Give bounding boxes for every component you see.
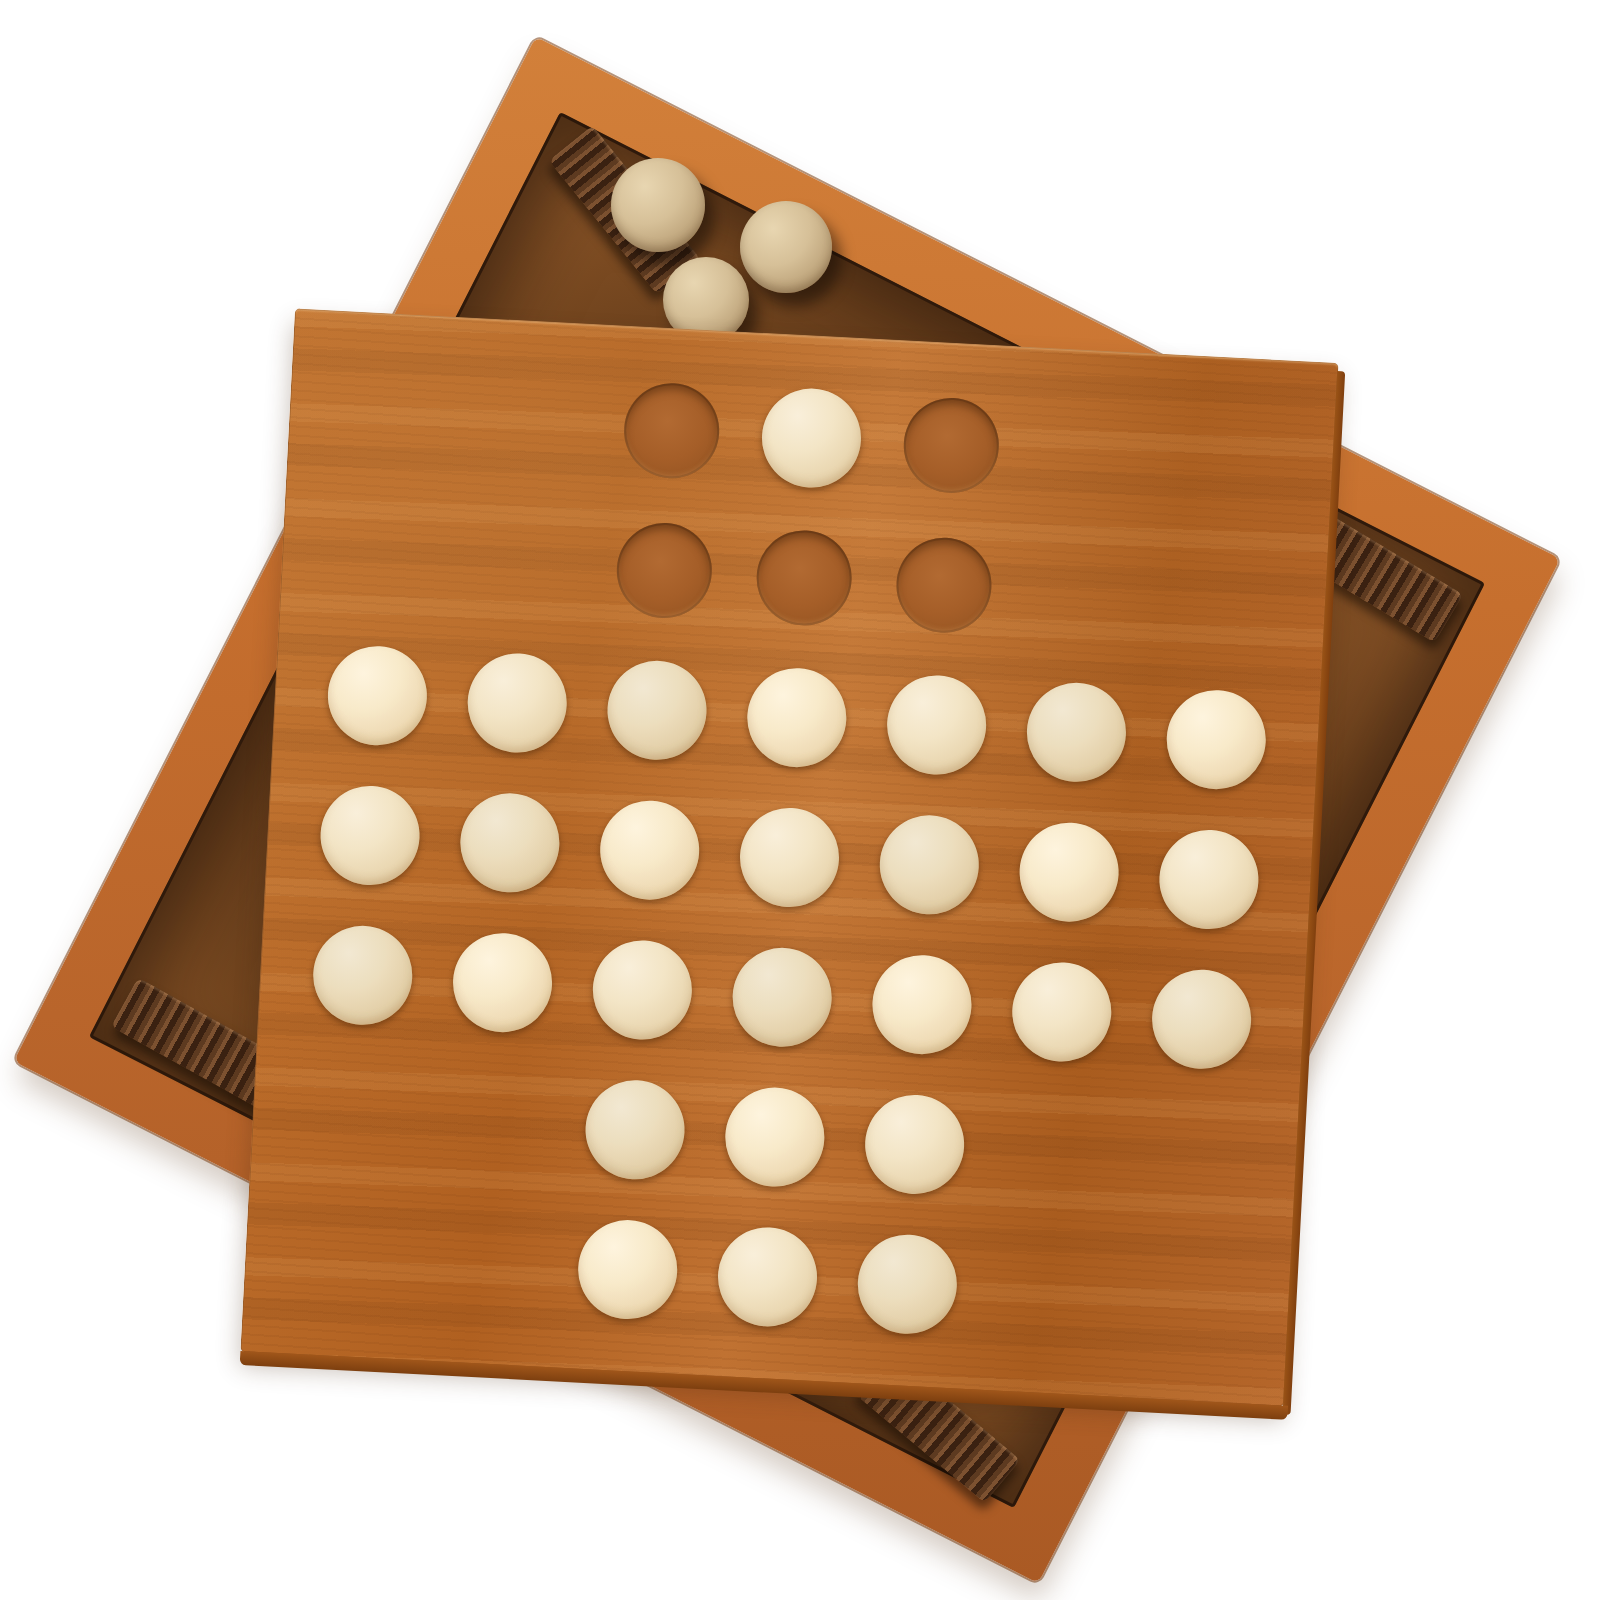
marble-r4c7[interactable] xyxy=(1157,827,1261,931)
cell-r3c7 xyxy=(1143,666,1290,813)
cell-r4c2 xyxy=(436,769,583,916)
cell-r2c7 xyxy=(1150,526,1297,673)
cell-r7c3 xyxy=(554,1196,701,1343)
marble-r5c6[interactable] xyxy=(1010,960,1114,1064)
hole-r2c4[interactable] xyxy=(754,528,854,628)
cell-r7c4 xyxy=(694,1204,841,1351)
marble-r7c5[interactable] xyxy=(855,1233,959,1337)
cell-r6c7 xyxy=(1121,1086,1268,1233)
cell-r2c1 xyxy=(311,482,458,629)
cell-r4c1 xyxy=(296,762,443,909)
cell-r3c6 xyxy=(1003,659,1150,806)
cell-r1c5 xyxy=(878,371,1025,518)
hole-r1c3[interactable] xyxy=(622,380,722,480)
hole-r4c7[interactable] xyxy=(1159,830,1259,930)
cell-r6c6 xyxy=(981,1078,1128,1225)
hole-r6c5[interactable] xyxy=(865,1095,965,1195)
hole-r3c7[interactable] xyxy=(1167,690,1267,790)
cell-r2c4 xyxy=(731,504,878,651)
marble-r3c3[interactable] xyxy=(605,658,709,762)
cell-r6c1 xyxy=(281,1042,428,1189)
cell-r1c2 xyxy=(458,349,605,496)
cell-r5c1 xyxy=(289,902,436,1049)
cell-r1c1 xyxy=(318,342,465,489)
hole-r6c3[interactable] xyxy=(585,1080,685,1180)
marble-r3c4[interactable] xyxy=(745,666,849,770)
hole-r5c3[interactable] xyxy=(592,940,692,1040)
marble-r5c2[interactable] xyxy=(450,931,554,1035)
cell-r5c6 xyxy=(988,938,1135,1085)
marble-r6c3[interactable] xyxy=(583,1078,687,1182)
hole-r2c5[interactable] xyxy=(894,535,994,635)
marble-r1c4[interactable] xyxy=(759,386,863,490)
cell-r5c7 xyxy=(1128,946,1275,1093)
hole-r4c1[interactable] xyxy=(320,786,420,886)
hole-r5c7[interactable] xyxy=(1152,970,1252,1070)
marble-r4c4[interactable] xyxy=(737,805,841,909)
cell-r7c5 xyxy=(834,1211,981,1358)
hole-r5c2[interactable] xyxy=(452,933,552,1033)
marble-r3c6[interactable] xyxy=(1025,680,1129,784)
hole-r4c6[interactable] xyxy=(1019,822,1119,922)
cell-r7c6 xyxy=(974,1218,1121,1365)
cell-r3c2 xyxy=(443,629,590,776)
hole-r4c3[interactable] xyxy=(600,800,700,900)
cell-r3c1 xyxy=(303,622,450,769)
hole-r1c5[interactable] xyxy=(902,395,1002,495)
hole-r6c4[interactable] xyxy=(725,1087,825,1187)
hole-r4c5[interactable] xyxy=(880,815,980,915)
marble-r6c4[interactable] xyxy=(723,1085,827,1189)
hole-r3c3[interactable] xyxy=(607,660,707,760)
cell-r5c5 xyxy=(848,931,995,1078)
hole-r7c3[interactable] xyxy=(578,1220,678,1320)
marble-r4c6[interactable] xyxy=(1017,820,1121,924)
cell-r1c4 xyxy=(738,364,885,511)
hole-r5c4[interactable] xyxy=(732,948,832,1048)
hole-r5c6[interactable] xyxy=(1012,962,1112,1062)
cell-r5c3 xyxy=(569,916,716,1063)
cell-r4c3 xyxy=(576,777,723,924)
marble-r5c3[interactable] xyxy=(590,938,694,1042)
marble-r4c2[interactable] xyxy=(458,791,562,895)
scene xyxy=(0,0,1600,1600)
cell-r5c2 xyxy=(429,909,576,1056)
hole-r3c4[interactable] xyxy=(747,668,847,768)
marble-r4c1[interactable] xyxy=(318,783,422,887)
cell-r6c3 xyxy=(561,1056,708,1203)
marble-r5c1[interactable] xyxy=(310,923,414,1027)
hole-r3c1[interactable] xyxy=(327,646,427,746)
cell-r7c1 xyxy=(274,1182,421,1329)
hole-r4c4[interactable] xyxy=(740,808,840,908)
cell-r7c2 xyxy=(414,1189,561,1336)
cell-r2c2 xyxy=(451,489,598,636)
marble-r7c4[interactable] xyxy=(715,1225,819,1329)
cell-r2c6 xyxy=(1010,519,1157,666)
hole-r3c2[interactable] xyxy=(467,653,567,753)
hole-r4c2[interactable] xyxy=(460,793,560,893)
tray-marble-1[interactable] xyxy=(611,158,705,252)
marble-r3c1[interactable] xyxy=(325,644,429,748)
hole-r5c1[interactable] xyxy=(312,926,412,1026)
hole-r2c3[interactable] xyxy=(614,520,714,620)
cell-r2c3 xyxy=(591,497,738,644)
marble-r7c3[interactable] xyxy=(576,1218,680,1322)
marble-r3c5[interactable] xyxy=(885,673,989,777)
hole-r3c6[interactable] xyxy=(1027,682,1127,782)
cell-r4c7 xyxy=(1136,806,1283,953)
marble-r3c7[interactable] xyxy=(1165,688,1269,792)
cell-r7c7 xyxy=(1114,1226,1261,1373)
cell-r6c2 xyxy=(421,1049,568,1196)
hole-r1c4[interactable] xyxy=(762,388,862,488)
solitaire-board xyxy=(240,308,1338,1406)
cell-r1c7 xyxy=(1158,386,1305,533)
cell-r2c5 xyxy=(870,511,1017,658)
hole-r7c5[interactable] xyxy=(858,1235,958,1335)
marble-r5c7[interactable] xyxy=(1150,967,1254,1071)
marble-r4c3[interactable] xyxy=(598,798,702,902)
cell-r1c3 xyxy=(598,357,745,504)
hole-r3c5[interactable] xyxy=(887,675,987,775)
marble-r6c5[interactable] xyxy=(863,1093,967,1197)
hole-r5c5[interactable] xyxy=(872,955,972,1055)
cell-r6c4 xyxy=(701,1064,848,1211)
cell-r4c5 xyxy=(856,791,1003,938)
marble-r5c5[interactable] xyxy=(870,953,974,1057)
marble-r5c4[interactable] xyxy=(730,945,834,1049)
cell-r6c5 xyxy=(841,1071,988,1218)
cell-r3c5 xyxy=(863,651,1010,798)
hole-r7c4[interactable] xyxy=(718,1227,818,1327)
cell-r1c6 xyxy=(1018,379,1165,526)
cell-r3c4 xyxy=(723,644,870,791)
cell-r4c6 xyxy=(996,799,1143,946)
marble-r4c5[interactable] xyxy=(877,813,981,917)
cell-r5c4 xyxy=(709,924,856,1071)
tray-marble-2[interactable] xyxy=(740,201,832,293)
cell-r4c4 xyxy=(716,784,863,931)
marble-r3c2[interactable] xyxy=(465,651,569,755)
cell-r3c3 xyxy=(583,637,730,784)
board-grid xyxy=(274,342,1305,1373)
